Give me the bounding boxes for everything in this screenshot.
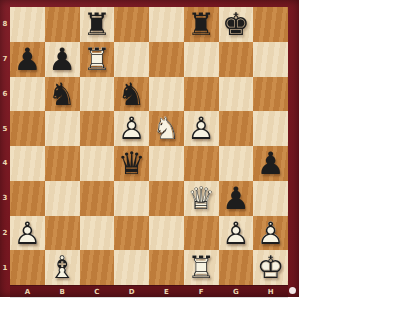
piece-black-rook-c8[interactable]: ♜ [80, 7, 115, 42]
square-e2[interactable] [149, 216, 184, 251]
white-to-move-indicator [289, 287, 296, 294]
square-e8[interactable] [149, 7, 184, 42]
square-c6[interactable] [80, 77, 115, 112]
piece-white-pawn-g2[interactable]: ♟♙ [219, 216, 254, 251]
file-label-d: D [114, 286, 149, 298]
rank-labels: 87654321 [0, 7, 10, 285]
square-f8[interactable]: ♜ [184, 7, 219, 42]
square-e4[interactable] [149, 146, 184, 181]
piece-black-pawn-a7[interactable]: ♟ [10, 42, 45, 77]
chess-board-frame: 87654321 ♜♜♚♟♟♜♖♞♞♟♙♞♘♟♙♛♟♛♕♟♟♙♟♙♟♙♝♗♜♖♚… [0, 0, 299, 297]
square-h8[interactable] [253, 7, 288, 42]
square-h4[interactable]: ♟ [253, 146, 288, 181]
square-f2[interactable] [184, 216, 219, 251]
piece-black-pawn-b7[interactable]: ♟ [45, 42, 80, 77]
square-e6[interactable] [149, 77, 184, 112]
square-g7[interactable] [219, 42, 254, 77]
square-g8[interactable]: ♚ [219, 7, 254, 42]
piece-black-pawn-h4[interactable]: ♟ [253, 146, 288, 181]
piece-black-pawn-g3[interactable]: ♟ [219, 181, 254, 216]
square-b6[interactable]: ♞ [45, 77, 80, 112]
piece-white-rook-f1[interactable]: ♜♖ [184, 250, 219, 285]
square-f7[interactable] [184, 42, 219, 77]
piece-black-knight-b6[interactable]: ♞ [45, 77, 80, 112]
rank-label-7: 7 [0, 42, 10, 77]
piece-white-pawn-f5[interactable]: ♟♙ [184, 111, 219, 146]
rank-label-2: 2 [0, 216, 10, 251]
square-b7[interactable]: ♟ [45, 42, 80, 77]
square-c1[interactable] [80, 250, 115, 285]
square-h7[interactable] [253, 42, 288, 77]
piece-white-pawn-a2[interactable]: ♟♙ [10, 216, 45, 251]
file-label-g: G [219, 286, 254, 298]
rank-label-1: 1 [0, 250, 10, 285]
square-b2[interactable] [45, 216, 80, 251]
file-label-e: E [149, 286, 184, 298]
square-e7[interactable] [149, 42, 184, 77]
rank-label-4: 4 [0, 146, 10, 181]
file-label-h: H [253, 286, 288, 298]
square-b4[interactable] [45, 146, 80, 181]
file-label-b: B [45, 286, 80, 298]
square-d2[interactable] [114, 216, 149, 251]
square-g2[interactable]: ♟♙ [219, 216, 254, 251]
square-h1[interactable]: ♚♔ [253, 250, 288, 285]
square-e1[interactable] [149, 250, 184, 285]
rank-label-6: 6 [0, 77, 10, 112]
square-c3[interactable] [80, 181, 115, 216]
square-d4[interactable]: ♛ [114, 146, 149, 181]
square-a1[interactable] [10, 250, 45, 285]
square-g4[interactable] [219, 146, 254, 181]
square-e5[interactable]: ♞♘ [149, 111, 184, 146]
piece-white-rook-c7[interactable]: ♜♖ [80, 42, 115, 77]
chess-board: ♜♜♚♟♟♜♖♞♞♟♙♞♘♟♙♛♟♛♕♟♟♙♟♙♟♙♝♗♜♖♚♔ [10, 7, 288, 285]
piece-white-pawn-d5[interactable]: ♟♙ [114, 111, 149, 146]
square-b1[interactable]: ♝♗ [45, 250, 80, 285]
square-d5[interactable]: ♟♙ [114, 111, 149, 146]
square-d6[interactable]: ♞ [114, 77, 149, 112]
square-f1[interactable]: ♜♖ [184, 250, 219, 285]
square-b5[interactable] [45, 111, 80, 146]
square-f3[interactable]: ♛♕ [184, 181, 219, 216]
piece-white-knight-e5[interactable]: ♞♘ [149, 111, 184, 146]
piece-black-queen-d4[interactable]: ♛ [114, 146, 149, 181]
file-label-a: A [10, 286, 45, 298]
piece-white-king-h1[interactable]: ♚♔ [253, 250, 288, 285]
square-h5[interactable] [253, 111, 288, 146]
piece-black-king-g8[interactable]: ♚ [219, 7, 254, 42]
piece-white-queen-f3[interactable]: ♛♕ [184, 181, 219, 216]
square-a2[interactable]: ♟♙ [10, 216, 45, 251]
square-h3[interactable] [253, 181, 288, 216]
piece-black-knight-d6[interactable]: ♞ [114, 77, 149, 112]
square-g6[interactable] [219, 77, 254, 112]
square-c2[interactable] [80, 216, 115, 251]
file-label-c: C [80, 286, 115, 298]
square-h2[interactable]: ♟♙ [253, 216, 288, 251]
rank-label-3: 3 [0, 181, 10, 216]
piece-white-pawn-h2[interactable]: ♟♙ [253, 216, 288, 251]
square-h6[interactable] [253, 77, 288, 112]
file-label-f: F [184, 286, 219, 298]
square-g5[interactable] [219, 111, 254, 146]
square-e3[interactable] [149, 181, 184, 216]
piece-black-rook-f8[interactable]: ♜ [184, 7, 219, 42]
file-labels: ABCDEFGH [10, 285, 288, 298]
square-g3[interactable]: ♟ [219, 181, 254, 216]
square-f6[interactable] [184, 77, 219, 112]
square-g1[interactable] [219, 250, 254, 285]
square-d8[interactable] [114, 7, 149, 42]
square-f5[interactable]: ♟♙ [184, 111, 219, 146]
square-d3[interactable] [114, 181, 149, 216]
square-a7[interactable]: ♟ [10, 42, 45, 77]
rank-label-5: 5 [0, 111, 10, 146]
chess-diagram: 87654321 ♜♜♚♟♟♜♖♞♞♟♙♞♘♟♙♛♟♛♕♟♟♙♟♙♟♙♝♗♜♖♚… [0, 0, 414, 311]
square-f4[interactable] [184, 146, 219, 181]
square-c8[interactable]: ♜ [80, 7, 115, 42]
square-c5[interactable] [80, 111, 115, 146]
square-a3[interactable] [10, 181, 45, 216]
square-a6[interactable] [10, 77, 45, 112]
square-a4[interactable] [10, 146, 45, 181]
square-c7[interactable]: ♜♖ [80, 42, 115, 77]
square-b3[interactable] [45, 181, 80, 216]
rank-label-8: 8 [0, 7, 10, 42]
square-d1[interactable] [114, 250, 149, 285]
square-a8[interactable] [10, 7, 45, 42]
square-c4[interactable] [80, 146, 115, 181]
piece-white-bishop-b1[interactable]: ♝♗ [45, 250, 80, 285]
square-d7[interactable] [114, 42, 149, 77]
square-b8[interactable] [45, 7, 80, 42]
square-a5[interactable] [10, 111, 45, 146]
